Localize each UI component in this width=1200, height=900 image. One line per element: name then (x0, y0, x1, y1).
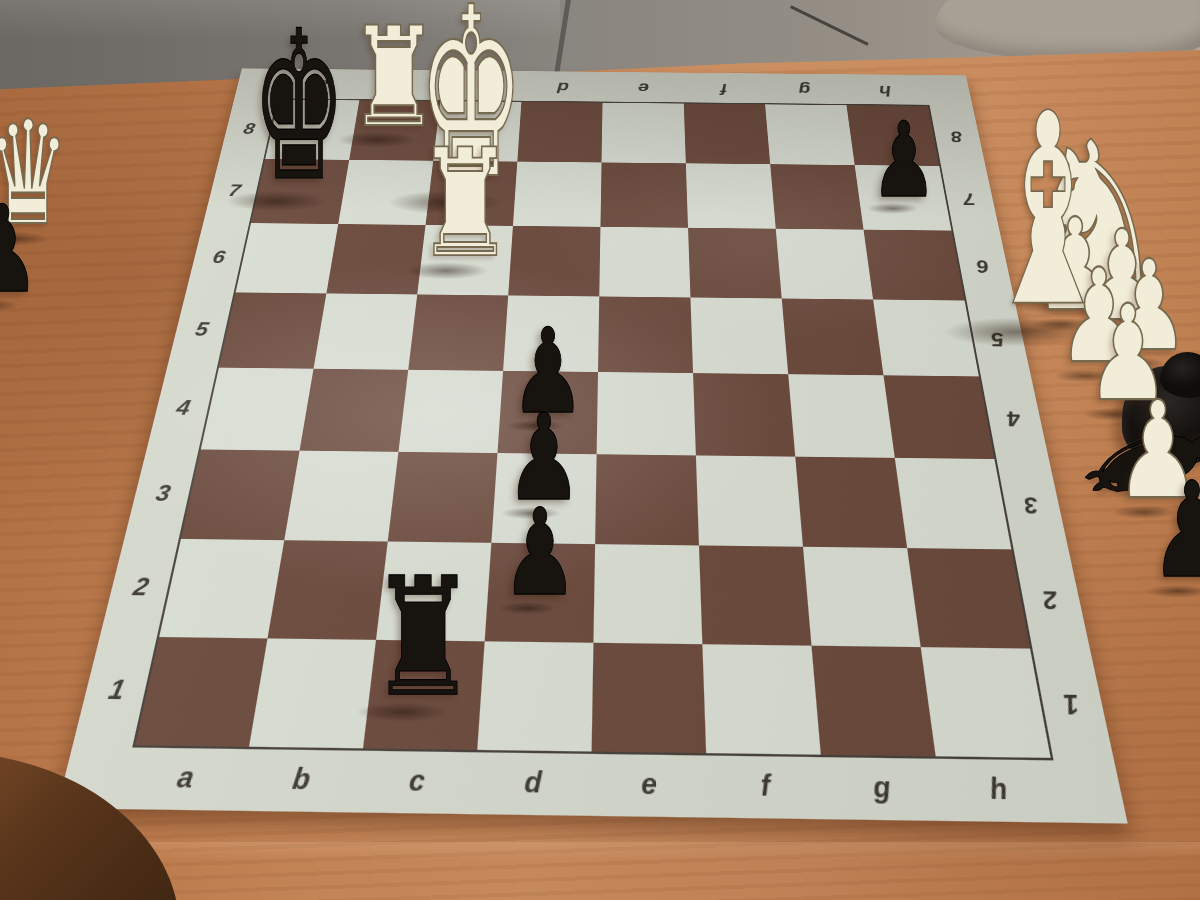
piece-black-pawn-d2[interactable]: ♟ (502, 494, 579, 614)
piece-black-pawn-h7[interactable]: ♟ (871, 108, 938, 212)
piece-black-pawn-partial[interactable]: ♟ (1150, 464, 1200, 596)
piece-black-piece-partial[interactable]: ♟ (0, 190, 41, 310)
piece-black-rook-c1[interactable]: ♜ (369, 556, 478, 719)
piece-white-rook-c6[interactable]: ♜ (415, 129, 514, 278)
pieces-layer: ♜♚♚♟♜♟♟♟♜♛♟♞♝♟♟♟♟♟♞♟♟♟ (0, 0, 1200, 900)
piece-black-king-a7[interactable]: ♚ (252, 3, 346, 209)
photo-scene: aabbccddeeffgghh8877665544332211 ♜♚♚♟♜♟♟… (0, 0, 1200, 900)
